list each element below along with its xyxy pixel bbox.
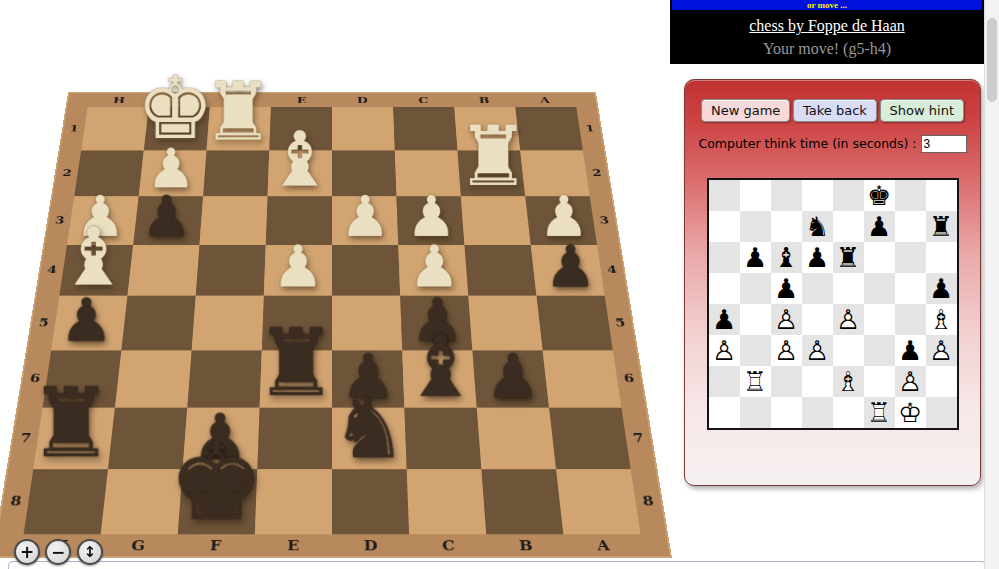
diagram-square (740, 180, 771, 211)
diagram-square (771, 180, 802, 211)
diagram-black-pawn: ♟ (802, 242, 833, 273)
diagram-square: ♟ (895, 335, 926, 366)
diagram-square (926, 180, 957, 211)
diagram-square (926, 366, 957, 397)
show-hint-button[interactable]: Show hint (880, 99, 964, 122)
button-row: New game Take back Show hint (685, 80, 980, 122)
diagram-square (895, 242, 926, 273)
square-c8[interactable] (407, 469, 487, 534)
diagram-square: ♟♙ (771, 304, 802, 335)
diagram-square (740, 397, 771, 428)
think-time-input[interactable] (921, 135, 967, 153)
diagram-square: ♜♖ (740, 366, 771, 397)
diagram-square (771, 366, 802, 397)
diagram-square: ♞ (802, 211, 833, 242)
square-a8[interactable] (556, 469, 640, 534)
file-label: D (332, 534, 410, 556)
square-e4[interactable]: ♟ (264, 245, 332, 296)
board-frame-corner (574, 93, 596, 107)
diagram-square: ♚♔ (895, 397, 926, 428)
rank-label: 6 (613, 350, 646, 408)
glyph-outline: ♙ (709, 335, 740, 366)
diagram-square (802, 180, 833, 211)
diagram-square (740, 304, 771, 335)
think-time-label: Computer think time (in seconds) : (698, 136, 916, 151)
diagram-square: ♟♙ (895, 366, 926, 397)
diagram-square (771, 397, 802, 428)
file-label: A (514, 93, 577, 107)
diagram-square (740, 335, 771, 366)
move-ticker-bar: or move ... (672, 0, 982, 10)
take-back-button[interactable]: Take back (793, 99, 877, 122)
square-h8[interactable] (24, 469, 108, 534)
diagram-square (864, 335, 895, 366)
diagram-square: ♟ (864, 211, 895, 242)
diagram-black-king: ♚ (864, 180, 895, 211)
status-text: Your move! (g5-h4) (670, 40, 984, 58)
diagram-square (895, 211, 926, 242)
updown-arrow-icon: ↕ (84, 545, 97, 560)
diagram-square: ♟♙ (709, 335, 740, 366)
diagram-square (709, 366, 740, 397)
diagram-black-pawn: ♟ (895, 335, 926, 366)
diagram-square (864, 242, 895, 273)
diagram-square (895, 273, 926, 304)
page-footer-strip (8, 561, 986, 569)
file-label: E (254, 534, 332, 556)
diagram-square (895, 304, 926, 335)
diagram-square (864, 304, 895, 335)
square-e2[interactable]: ♝ (268, 150, 332, 196)
diagram-square (833, 180, 864, 211)
diagram-square (833, 335, 864, 366)
white-pawn-e4[interactable]: ♟ (246, 240, 349, 295)
diagram-square: ♟ (771, 273, 802, 304)
file-label: A (563, 534, 643, 556)
control-panel: New game Take back Show hint Computer th… (684, 79, 981, 486)
glyph-outline: ♙ (771, 304, 802, 335)
diagram-square: ♟ (802, 242, 833, 273)
scrollbar[interactable] (984, 0, 999, 569)
file-label: C (393, 93, 455, 107)
think-time-row: Computer think time (in seconds) : (685, 135, 980, 153)
diagram-square: ♜ (833, 242, 864, 273)
diagram-square: ♟ (926, 273, 957, 304)
diagram-square (802, 304, 833, 335)
square-b8[interactable] (481, 469, 563, 534)
diagram-black-rook: ♜ (926, 211, 957, 242)
square-h7[interactable]: ♜ (33, 408, 115, 469)
board-3d-scene: HGFEDCBA1♚♜12♟♝♜23♟♟♟♟♟34♝♟♟♟45♟♟56♜♟♝♟6… (0, 0, 670, 569)
square-b7[interactable] (477, 408, 556, 469)
diagram-square: ♟♙ (833, 304, 864, 335)
diagram-black-pawn: ♟ (709, 304, 740, 335)
diagram-square (802, 273, 833, 304)
diagram-square: ♟♙ (802, 335, 833, 366)
diagram-square: ♟♙ (926, 335, 957, 366)
right-header: or move ... chess by Foppe de Haan Your … (670, 0, 984, 64)
square-a7[interactable] (549, 408, 631, 469)
glyph-outline: ♔ (895, 397, 926, 428)
diagram-square (709, 242, 740, 273)
file-label: F (176, 534, 255, 556)
diagram-square (864, 366, 895, 397)
diagram-square: ♝♗ (833, 366, 864, 397)
glyph-outline: ♖ (864, 397, 895, 428)
file-label: D (332, 93, 393, 107)
square-d7[interactable]: ♞ (332, 408, 407, 469)
glyph-outline: ♙ (833, 304, 864, 335)
diagram-square: ♟♙ (771, 335, 802, 366)
square-a5[interactable] (537, 296, 613, 350)
diagram-black-pawn: ♟ (740, 242, 771, 273)
diagram-black-bishop: ♝ (771, 242, 802, 273)
square-h5[interactable]: ♟ (51, 296, 127, 350)
plus-icon: + (20, 544, 34, 561)
diagram-square (926, 242, 957, 273)
new-game-button[interactable]: New game (701, 99, 790, 122)
diagram-square (833, 211, 864, 242)
file-label: G (98, 534, 178, 556)
diagram-square (709, 273, 740, 304)
diagram-black-pawn: ♟ (771, 273, 802, 304)
diagram-square: ♜♖ (864, 397, 895, 428)
file-label: B (453, 93, 515, 107)
board-3d-pane: HGFEDCBA1♚♜12♟♝♜23♟♟♟♟♟34♝♟♟♟45♟♟56♜♟♝♟6… (0, 0, 670, 569)
chess-app-link[interactable]: chess by Foppe de Haan (670, 17, 984, 35)
square-a4[interactable]: ♟ (531, 245, 605, 296)
board-frame-corner (640, 534, 669, 556)
diagram-black-pawn: ♟ (926, 273, 957, 304)
glyph-outline: ♙ (771, 335, 802, 366)
diagram-square (833, 273, 864, 304)
white-bishop-h4[interactable]: ♝ (42, 219, 145, 295)
square-f8[interactable]: ♚ (178, 469, 258, 534)
diagram-square (864, 273, 895, 304)
glyph-outline: ♗ (926, 304, 957, 335)
diagram-square: ♜ (926, 211, 957, 242)
diagram-square (802, 366, 833, 397)
diagram-square (709, 180, 740, 211)
white-rook-b2[interactable]: ♜ (444, 117, 541, 195)
diagram-black-knight: ♞ (802, 211, 833, 242)
square-b2[interactable]: ♜ (457, 150, 525, 196)
file-label: C (409, 534, 488, 556)
diagram-board: ♚♞♟♜♟♝♟♜♟♟♟♟♙♟♙♝♗♟♙♟♙♟♙♟♟♙♜♖♝♗♟♙♜♖♚♔ (707, 178, 959, 430)
glyph-outline: ♗ (833, 366, 864, 397)
diagram-square (895, 180, 926, 211)
diagram-black-pawn: ♟ (864, 211, 895, 242)
board-3d[interactable]: HGFEDCBA1♚♜12♟♝♜23♟♟♟♟♟34♝♟♟♟45♟♟56♜♟♝♟6… (0, 92, 672, 558)
zoom-out-button[interactable]: − (45, 539, 71, 565)
diagram-square (802, 397, 833, 428)
diagram-square (740, 273, 771, 304)
board-frame-corner (67, 93, 89, 107)
file-label: B (486, 534, 566, 556)
diagram-square (771, 211, 802, 242)
black-knight-d7[interactable]: ♞ (313, 388, 426, 468)
square-d8[interactable] (332, 469, 409, 534)
diagram-square: ♟ (740, 242, 771, 273)
glyph-outline: ♙ (895, 366, 926, 397)
black-pawn-a4[interactable]: ♟ (519, 240, 622, 295)
diagram-square: ♟ (709, 304, 740, 335)
scrollbar-thumb[interactable] (987, 18, 997, 102)
diagram-square: ♝♗ (926, 304, 957, 335)
diagram-square (926, 397, 957, 428)
glyph-outline: ♙ (802, 335, 833, 366)
diagram-square (709, 397, 740, 428)
diagram-black-rook: ♜ (833, 242, 864, 273)
diagram-square (833, 397, 864, 428)
glyph-outline: ♙ (926, 335, 957, 366)
diagram-square: ♚ (864, 180, 895, 211)
zoom-in-button[interactable]: + (14, 539, 40, 565)
minus-icon: − (51, 544, 65, 561)
glyph-outline: ♖ (740, 366, 771, 397)
white-bishop-e2[interactable]: ♝ (251, 123, 348, 195)
diagram-square (740, 211, 771, 242)
black-pawn-h5[interactable]: ♟ (33, 293, 139, 349)
black-king-f8[interactable]: ♚ (158, 432, 275, 533)
tilt-button[interactable]: ↕ (77, 539, 103, 565)
diagram-square (709, 211, 740, 242)
diagram-square: ♝ (771, 242, 802, 273)
black-rook-h7[interactable]: ♜ (14, 377, 127, 468)
page: HGFEDCBA1♚♜12♟♝♜23♟♟♟♟♟34♝♟♟♟45♟♟56♜♟♝♟6… (0, 0, 999, 569)
